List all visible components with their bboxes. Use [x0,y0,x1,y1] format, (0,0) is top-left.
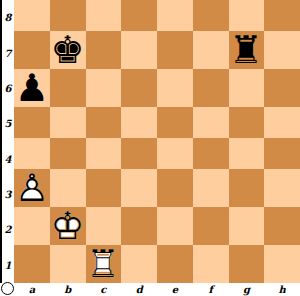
square-d2[interactable] [121,207,157,245]
square-g6[interactable] [229,69,265,107]
file-label-e: e [157,283,193,296]
rank-label-1: 1 [2,248,14,283]
square-c6[interactable] [86,69,122,107]
white-rook[interactable]: ♜ [86,245,120,283]
square-c1[interactable]: ♜ [86,245,122,283]
square-h6[interactable] [264,69,300,107]
square-h7[interactable] [264,31,300,69]
white-to-move-indicator [1,282,14,295]
square-a5[interactable] [14,107,50,138]
square-b5[interactable] [50,107,86,138]
square-a7[interactable] [14,31,50,69]
square-a8[interactable] [14,0,50,31]
rank-label-2: 2 [2,212,14,247]
file-label-a: a [14,283,50,296]
square-f7[interactable] [193,31,229,69]
square-c7[interactable] [86,31,122,69]
square-g2[interactable] [229,207,265,245]
square-a1[interactable] [14,245,50,283]
square-g4[interactable] [229,138,265,169]
square-b3[interactable] [50,169,86,207]
file-label-h: h [264,283,300,296]
square-h5[interactable] [264,107,300,138]
square-d1[interactable] [121,245,157,283]
rank-label-7: 7 [2,35,14,70]
square-d6[interactable] [121,69,157,107]
square-b2[interactable]: ♚ [50,207,86,245]
square-d4[interactable] [121,138,157,169]
square-f2[interactable] [193,207,229,245]
square-e8[interactable] [157,0,193,31]
square-d7[interactable] [121,31,157,69]
square-a6[interactable]: ♟ [14,69,50,107]
square-a3[interactable]: ♟ [14,169,50,207]
square-e7[interactable] [157,31,193,69]
rank-label-8: 8 [2,0,14,35]
square-b4[interactable] [50,138,86,169]
file-label-b: b [50,283,86,296]
square-g7[interactable]: ♜ [229,31,265,69]
square-b1[interactable] [50,245,86,283]
file-label-d: d [121,283,157,296]
rank-labels: 87654321 [2,0,14,283]
square-h1[interactable] [264,245,300,283]
square-a2[interactable] [14,207,50,245]
rank-label-3: 3 [2,177,14,212]
rank-label-6: 6 [2,71,14,106]
square-f5[interactable] [193,107,229,138]
file-labels: abcdefgh [14,283,300,296]
square-b7[interactable]: ♚ [50,31,86,69]
white-pawn[interactable]: ♟ [15,169,49,207]
rank-label-5: 5 [2,106,14,141]
chess-diagram: 87654321 ♚♜♟♟♚♜ abcdefgh [0,0,300,296]
square-g8[interactable] [229,0,265,31]
square-e6[interactable] [157,69,193,107]
square-h8[interactable] [264,0,300,31]
square-f8[interactable] [193,0,229,31]
file-label-c: c [86,283,122,296]
square-e4[interactable] [157,138,193,169]
black-king[interactable]: ♚ [51,31,85,69]
square-d5[interactable] [121,107,157,138]
chessboard[interactable]: ♚♜♟♟♚♜ [14,0,300,283]
file-label-g: g [229,283,265,296]
square-f3[interactable] [193,169,229,207]
square-h4[interactable] [264,138,300,169]
square-b8[interactable] [50,0,86,31]
square-c5[interactable] [86,107,122,138]
square-h2[interactable] [264,207,300,245]
square-e3[interactable] [157,169,193,207]
white-king[interactable]: ♚ [51,207,85,245]
square-d8[interactable] [121,0,157,31]
rank-label-4: 4 [2,142,14,177]
square-c8[interactable] [86,0,122,31]
square-b6[interactable] [50,69,86,107]
square-g3[interactable] [229,169,265,207]
square-h3[interactable] [264,169,300,207]
square-f6[interactable] [193,69,229,107]
square-c4[interactable] [86,138,122,169]
square-f4[interactable] [193,138,229,169]
square-f1[interactable] [193,245,229,283]
square-a4[interactable] [14,138,50,169]
square-e1[interactable] [157,245,193,283]
square-g1[interactable] [229,245,265,283]
black-pawn[interactable]: ♟ [15,69,49,107]
black-rook[interactable]: ♜ [229,31,263,69]
file-label-f: f [193,283,229,296]
square-c3[interactable] [86,169,122,207]
square-g5[interactable] [229,107,265,138]
square-d3[interactable] [121,169,157,207]
square-e2[interactable] [157,207,193,245]
square-c2[interactable] [86,207,122,245]
square-e5[interactable] [157,107,193,138]
